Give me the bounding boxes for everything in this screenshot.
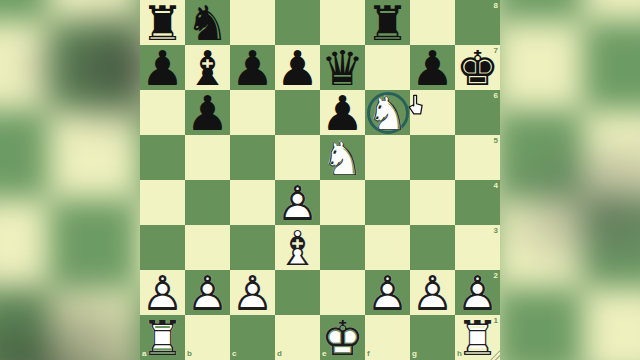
piece-outline: ♙ — [365, 270, 410, 315]
piece-white-king[interactable]: ♚♔ — [320, 315, 365, 360]
square-f2[interactable]: ♟♙ — [365, 270, 410, 315]
piece-outline: ♙ — [140, 270, 185, 315]
square-b2[interactable]: ♟♙ — [185, 270, 230, 315]
square-c3[interactable] — [230, 225, 275, 270]
square-f7[interactable] — [365, 45, 410, 90]
square-a2[interactable]: ♟♙ — [140, 270, 185, 315]
rank-label-1: 1 — [494, 317, 498, 325]
piece-black-pawn[interactable]: ♟ — [275, 45, 320, 90]
square-g7[interactable]: ♟ — [410, 45, 455, 90]
rank-label-4: 4 — [494, 182, 498, 190]
piece-outline: ♙ — [185, 270, 230, 315]
piece-outline: ♙ — [275, 180, 320, 225]
square-d6[interactable] — [275, 90, 320, 135]
file-label-g: g — [412, 350, 417, 358]
file-label-a: a — [142, 350, 146, 358]
square-a7[interactable]: ♟ — [140, 45, 185, 90]
square-b4[interactable] — [185, 180, 230, 225]
square-g3[interactable] — [410, 225, 455, 270]
rank-label-5: 5 — [494, 137, 498, 145]
rank-label-7: 7 — [494, 47, 498, 55]
square-h8[interactable]: 8 — [455, 0, 500, 45]
piece-white-bishop[interactable]: ♝♗ — [275, 225, 320, 270]
square-d5[interactable] — [275, 135, 320, 180]
square-h2[interactable]: ♟♙2 — [455, 270, 500, 315]
file-label-f: f — [367, 350, 370, 358]
square-e6[interactable]: ♟ — [320, 90, 365, 135]
square-b8[interactable]: ♞ — [185, 0, 230, 45]
square-e1[interactable]: ♚♔e — [320, 315, 365, 360]
square-g4[interactable] — [410, 180, 455, 225]
square-d4[interactable]: ♟♙ — [275, 180, 320, 225]
square-h3[interactable]: 3 — [455, 225, 500, 270]
square-b1[interactable]: b — [185, 315, 230, 360]
square-g1[interactable]: g — [410, 315, 455, 360]
square-a3[interactable] — [140, 225, 185, 270]
piece-black-pawn[interactable]: ♟ — [230, 45, 275, 90]
piece-white-knight[interactable]: ♞♘ — [320, 135, 365, 180]
square-b6[interactable]: ♟ — [185, 90, 230, 135]
square-g2[interactable]: ♟♙ — [410, 270, 455, 315]
file-label-d: d — [277, 350, 282, 358]
square-f6[interactable]: ♞♘ — [365, 90, 410, 135]
piece-black-pawn[interactable]: ♟ — [320, 90, 365, 135]
square-a5[interactable] — [140, 135, 185, 180]
square-d7[interactable]: ♟ — [275, 45, 320, 90]
square-g6[interactable] — [410, 90, 455, 135]
square-e8[interactable] — [320, 0, 365, 45]
square-b3[interactable] — [185, 225, 230, 270]
piece-white-pawn[interactable]: ♟♙ — [230, 270, 275, 315]
piece-outline: ♘ — [320, 135, 365, 180]
file-label-h: h — [457, 350, 462, 358]
piece-black-rook[interactable]: ♜ — [365, 0, 410, 45]
rank-label-3: 3 — [494, 227, 498, 235]
file-label-b: b — [187, 350, 192, 358]
piece-black-rook[interactable]: ♜ — [140, 0, 185, 45]
file-label-e: e — [322, 350, 326, 358]
piece-white-pawn[interactable]: ♟♙ — [275, 180, 320, 225]
square-d2[interactable] — [275, 270, 320, 315]
square-f8[interactable]: ♜ — [365, 0, 410, 45]
piece-black-bishop[interactable]: ♝ — [185, 45, 230, 90]
piece-black-knight[interactable]: ♞ — [185, 0, 230, 45]
square-d3[interactable]: ♝♗ — [275, 225, 320, 270]
piece-outline: ♖ — [140, 315, 185, 360]
square-e7[interactable]: ♛ — [320, 45, 365, 90]
square-g5[interactable] — [410, 135, 455, 180]
piece-white-pawn[interactable]: ♟♙ — [365, 270, 410, 315]
square-c6[interactable] — [230, 90, 275, 135]
square-h5[interactable]: 5 — [455, 135, 500, 180]
square-h1[interactable]: ♜♖1h — [455, 315, 500, 360]
square-a8[interactable]: ♜ — [140, 0, 185, 45]
piece-white-pawn[interactable]: ♟♙ — [410, 270, 455, 315]
square-e4[interactable] — [320, 180, 365, 225]
square-b7[interactable]: ♝ — [185, 45, 230, 90]
piece-outline: ♙ — [230, 270, 275, 315]
square-c8[interactable] — [230, 0, 275, 45]
square-d8[interactable] — [275, 0, 320, 45]
file-label-c: c — [232, 350, 236, 358]
square-e5[interactable]: ♞♘ — [320, 135, 365, 180]
square-f5[interactable] — [365, 135, 410, 180]
piece-outline: ♘ — [365, 90, 410, 135]
square-c4[interactable] — [230, 180, 275, 225]
rank-label-6: 6 — [494, 92, 498, 100]
square-c5[interactable] — [230, 135, 275, 180]
square-c7[interactable]: ♟ — [230, 45, 275, 90]
square-d1[interactable]: d — [275, 315, 320, 360]
square-a6[interactable] — [140, 90, 185, 135]
square-f1[interactable]: f — [365, 315, 410, 360]
piece-black-queen[interactable]: ♛ — [320, 45, 365, 90]
square-c2[interactable]: ♟♙ — [230, 270, 275, 315]
piece-black-pawn[interactable]: ♟ — [410, 45, 455, 90]
piece-outline: ♗ — [275, 225, 320, 270]
piece-white-knight[interactable]: ♞♘ — [365, 90, 410, 135]
piece-white-pawn[interactable]: ♟♙ — [185, 270, 230, 315]
square-f4[interactable] — [365, 180, 410, 225]
square-e2[interactable] — [320, 270, 365, 315]
square-h6[interactable]: 6 — [455, 90, 500, 135]
piece-white-pawn[interactable]: ♟♙ — [140, 270, 185, 315]
square-g8[interactable] — [410, 0, 455, 45]
piece-outline: ♔ — [320, 315, 365, 360]
rank-label-8: 8 — [494, 2, 498, 10]
piece-black-pawn[interactable]: ♟ — [185, 90, 230, 135]
square-a1[interactable]: ♜♖a — [140, 315, 185, 360]
piece-black-pawn[interactable]: ♟ — [140, 45, 185, 90]
piece-white-rook[interactable]: ♜♖ — [140, 315, 185, 360]
video-frame: ♜♞♜8♟♝♟♟♛♟♚7♟♟♞♘6♞♘5♟♙4♝♗3♟♙♟♙♟♙♟♙♟♙♟♙2♜… — [0, 0, 640, 360]
square-e3[interactable] — [320, 225, 365, 270]
piece-outline: ♙ — [410, 270, 455, 315]
rank-label-2: 2 — [494, 272, 498, 280]
square-h4[interactable]: 4 — [455, 180, 500, 225]
square-b5[interactable] — [185, 135, 230, 180]
square-c1[interactable]: c — [230, 315, 275, 360]
square-f3[interactable] — [365, 225, 410, 270]
chess-board: ♜♞♜8♟♝♟♟♛♟♚7♟♟♞♘6♞♘5♟♙4♝♗3♟♙♟♙♟♙♟♙♟♙♟♙2♜… — [140, 0, 500, 360]
square-h7[interactable]: ♚7 — [455, 45, 500, 90]
square-a4[interactable] — [140, 180, 185, 225]
